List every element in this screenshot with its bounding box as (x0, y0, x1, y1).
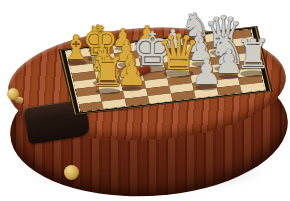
board-square-h1[interactable] (240, 82, 265, 92)
piece-gold-rook[interactable]: ♜ (90, 53, 126, 93)
piece-silver-pawn[interactable]: ♟ (191, 55, 222, 90)
board-square-d1[interactable] (148, 93, 173, 103)
board-square-a1[interactable] (79, 101, 104, 111)
knob-ball (7, 88, 19, 100)
drawer-knob (7, 88, 21, 105)
brass-foot (64, 165, 79, 180)
board-square-e1[interactable] (171, 91, 196, 101)
chess-set-photo: ♞♟♟♝♚♟♟♞♟♛♜♟♞♟♛♟♚♟♞♟♜♟ (0, 0, 290, 201)
board-square-b1[interactable] (102, 99, 127, 109)
board-square-c1[interactable] (125, 96, 150, 106)
